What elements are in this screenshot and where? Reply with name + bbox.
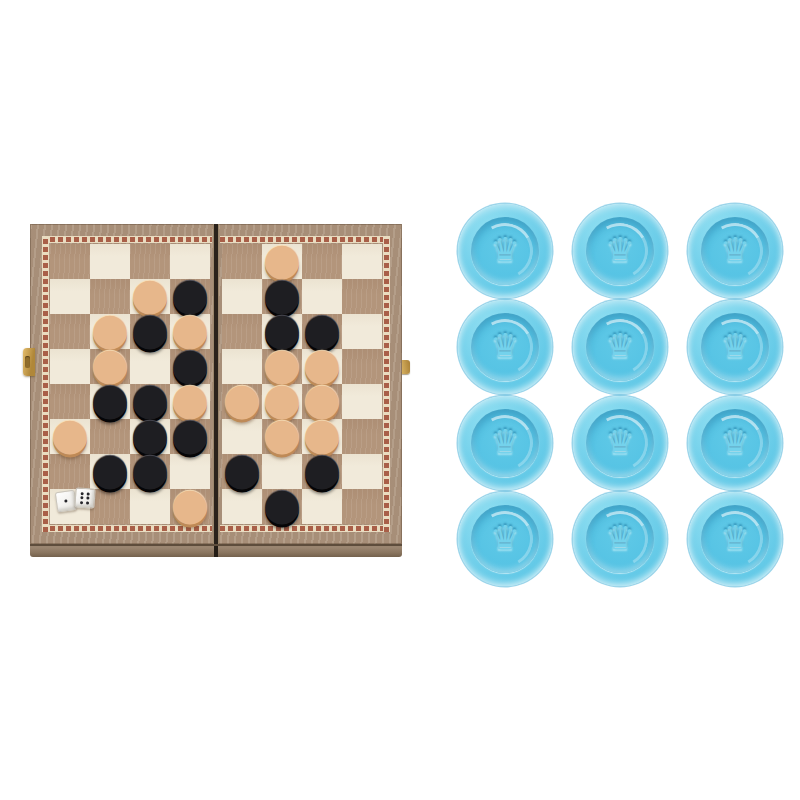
crown-icon: ♛: [458, 202, 552, 296]
square-r7c8[interactable]: [342, 454, 382, 489]
die-pip: [86, 501, 89, 504]
brass-hinge-icon: [402, 360, 410, 374]
black-wood-checker-r6c4[interactable]: ●: [170, 416, 210, 451]
squares-grid-right: ●●●●●●●●●●●●●●: [222, 244, 382, 524]
light-wood-checker-r5c5[interactable]: ●: [222, 381, 262, 416]
blue-checker-1[interactable]: ♛: [458, 204, 552, 298]
crown-icon: ♛: [573, 490, 667, 584]
blue-checker-11[interactable]: ♛: [573, 492, 667, 586]
square-r2c8[interactable]: [342, 279, 382, 314]
blue-checker-6[interactable]: ♛: [688, 300, 782, 394]
die-pip: [80, 492, 83, 495]
black-wood-checker-r7c5[interactable]: ●: [222, 451, 262, 486]
black-wood-checker-r7c7[interactable]: ●: [302, 451, 342, 486]
square-r4c8[interactable]: [342, 349, 382, 384]
blue-checker-9[interactable]: ♛: [688, 396, 782, 490]
square-r3c8[interactable]: [342, 314, 382, 349]
brass-clasp-icon: [23, 348, 35, 376]
black-wood-checker-r7c2[interactable]: ●: [90, 451, 130, 486]
die-pip: [64, 499, 68, 503]
blue-checker-7[interactable]: ♛: [458, 396, 552, 490]
crown-icon: ♛: [688, 394, 782, 488]
square-r1c8[interactable]: [342, 244, 382, 279]
square-r4c1[interactable]: [50, 349, 90, 384]
blue-checker-4[interactable]: ♛: [458, 300, 552, 394]
crown-icon: ♛: [688, 202, 782, 296]
square-r3c5[interactable]: [222, 314, 262, 349]
blue-checker-10[interactable]: ♛: [458, 492, 552, 586]
blue-checker-3[interactable]: ♛: [688, 204, 782, 298]
die-2-face-6[interactable]: [74, 487, 95, 508]
light-wood-checker-r6c6[interactable]: ●: [262, 416, 302, 451]
square-r3c1[interactable]: [50, 314, 90, 349]
die-pip: [87, 492, 90, 495]
square-r5c8[interactable]: [342, 384, 382, 419]
die-pip: [80, 496, 83, 499]
blue-checker-5[interactable]: ♛: [573, 300, 667, 394]
square-r1c7[interactable]: [302, 244, 342, 279]
square-r1c2[interactable]: [90, 244, 130, 279]
die-pip: [80, 501, 83, 504]
square-r1c5[interactable]: [222, 244, 262, 279]
blue-checker-8[interactable]: ♛: [573, 396, 667, 490]
mosaic-border-outer-left: [42, 236, 49, 532]
crown-icon: ♛: [573, 298, 667, 392]
mosaic-border-top-left: [42, 236, 212, 243]
checkers-board: ●●●●●●●●●●●●●●●● ●●●●●●●●●●●●●●: [30, 224, 402, 544]
square-r8c3[interactable]: [130, 489, 170, 524]
mosaic-border-outer-right: [383, 236, 390, 532]
blue-checker-12[interactable]: ♛: [688, 492, 782, 586]
black-wood-checker-r8c6[interactable]: ●: [262, 486, 302, 521]
product-photo: ●●●●●●●●●●●●●●●● ●●●●●●●●●●●●●● ♛♛♛♛♛♛♛♛…: [0, 0, 800, 800]
squares-grid-left: ●●●●●●●●●●●●●●●●: [50, 244, 210, 524]
square-r2c1[interactable]: [50, 279, 90, 314]
square-r6c8[interactable]: [342, 419, 382, 454]
crown-icon: ♛: [458, 490, 552, 584]
square-r8c5[interactable]: [222, 489, 262, 524]
mosaic-border-top-right: [220, 236, 390, 243]
crown-icon: ♛: [573, 202, 667, 296]
die-pip: [87, 497, 90, 500]
light-wood-checker-r6c1[interactable]: ●: [50, 416, 90, 451]
square-r8c7[interactable]: [302, 489, 342, 524]
square-r8c2[interactable]: [90, 489, 130, 524]
square-r1c1[interactable]: [50, 244, 90, 279]
crown-icon: ♛: [688, 490, 782, 584]
square-r2c5[interactable]: [222, 279, 262, 314]
square-r8c8[interactable]: [342, 489, 382, 524]
light-wood-checker-r8c4[interactable]: ●: [170, 486, 210, 521]
crown-icon: ♛: [573, 394, 667, 488]
crown-icon: ♛: [458, 394, 552, 488]
blue-checker-2[interactable]: ♛: [573, 204, 667, 298]
crown-icon: ♛: [458, 298, 552, 392]
mosaic-border-bottom-right: [220, 525, 390, 532]
case-side-edge: [30, 544, 402, 557]
square-r7c1[interactable]: [50, 454, 90, 489]
black-wood-checker-r7c3[interactable]: ●: [130, 451, 170, 486]
black-wood-checker-r5c2[interactable]: ●: [90, 381, 130, 416]
blue-checkers-set: ♛♛♛♛♛♛♛♛♛♛♛♛: [458, 204, 782, 586]
crown-icon: ♛: [688, 298, 782, 392]
black-wood-checker-r3c3[interactable]: ●: [130, 311, 170, 346]
board-right-half: ●●●●●●●●●●●●●●: [218, 224, 402, 544]
